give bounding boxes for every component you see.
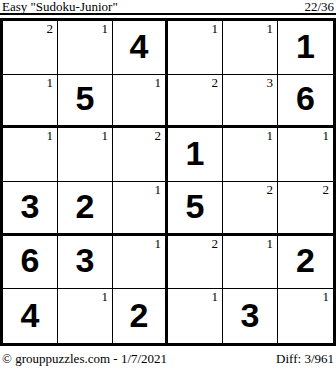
cell-r1c5[interactable]: 1: [223, 21, 278, 75]
copyright-text: © grouppuzzles.com - 1/7/2021: [2, 351, 167, 366]
cell-r5c6[interactable]: 2: [278, 236, 333, 290]
cell-r1c1[interactable]: 2: [3, 21, 58, 75]
pencil-mark: 3: [267, 76, 274, 89]
given-digit: 4: [21, 298, 40, 332]
pencil-mark: 1: [102, 129, 109, 142]
pencil-mark: 2: [267, 183, 274, 196]
given-digit: 5: [76, 81, 95, 115]
cell-r6c1[interactable]: 4: [3, 289, 58, 343]
given-digit: 3: [76, 243, 95, 277]
cell-r4c6[interactable]: 2: [278, 182, 333, 236]
pencil-mark: 2: [47, 22, 54, 35]
cell-r6c4[interactable]: 1: [168, 289, 223, 343]
puzzle-progress: 22/36: [304, 0, 334, 13]
given-digit: 2: [130, 298, 149, 332]
cell-r5c2[interactable]: 3: [58, 236, 113, 290]
cell-r3c2[interactable]: 1: [58, 128, 113, 182]
given-digit: 4: [130, 29, 149, 63]
pencil-mark: 1: [155, 183, 162, 196]
cell-r4c4[interactable]: 5: [168, 182, 223, 236]
cell-r2c3[interactable]: 1: [113, 75, 168, 129]
footer: © grouppuzzles.com - 1/7/2021 Diff: 3/96…: [0, 351, 336, 366]
puzzle-page: Easy "Sudoku-Junior" 22/36 2141111512361…: [0, 0, 336, 370]
cell-r2c4[interactable]: 2: [168, 75, 223, 129]
cell-r2c6[interactable]: 6: [278, 75, 333, 129]
pencil-mark: 1: [323, 290, 330, 303]
cell-r6c6[interactable]: 1: [278, 289, 333, 343]
cell-r4c3[interactable]: 1: [113, 182, 168, 236]
pencil-mark: 2: [155, 129, 162, 142]
pencil-mark: 2: [212, 237, 219, 250]
pencil-mark: 1: [102, 290, 109, 303]
cell-r4c2[interactable]: 2: [58, 182, 113, 236]
cell-r2c1[interactable]: 1: [3, 75, 58, 129]
pencil-mark: 1: [47, 129, 54, 142]
given-digit: 1: [296, 29, 315, 63]
puzzle-title: Easy "Sudoku-Junior": [2, 0, 118, 13]
given-digit: 6: [21, 243, 40, 277]
cell-r5c4[interactable]: 2: [168, 236, 223, 290]
cell-r1c6[interactable]: 1: [278, 21, 333, 75]
cell-r4c1[interactable]: 3: [3, 182, 58, 236]
board: 214111151236112111321522631212412131: [0, 18, 336, 346]
pencil-mark: 1: [267, 129, 274, 142]
cell-r2c2[interactable]: 5: [58, 75, 113, 129]
pencil-mark: 1: [267, 22, 274, 35]
given-digit: 5: [186, 189, 205, 223]
pencil-mark: 1: [212, 22, 219, 35]
pencil-mark: 2: [212, 76, 219, 89]
given-digit: 2: [76, 189, 95, 223]
cell-r3c3[interactable]: 2: [113, 128, 168, 182]
cell-r6c2[interactable]: 1: [58, 289, 113, 343]
pencil-mark: 1: [212, 290, 219, 303]
pencil-mark: 1: [155, 76, 162, 89]
cell-r3c1[interactable]: 1: [3, 128, 58, 182]
cell-r6c5[interactable]: 3: [223, 289, 278, 343]
given-digit: 3: [241, 298, 260, 332]
pencil-mark: 1: [155, 237, 162, 250]
given-digit: 3: [21, 189, 40, 223]
cell-r1c4[interactable]: 1: [168, 21, 223, 75]
cell-r5c5[interactable]: 1: [223, 236, 278, 290]
pencil-mark: 1: [102, 22, 109, 35]
cell-r6c3[interactable]: 2: [113, 289, 168, 343]
header: Easy "Sudoku-Junior" 22/36: [0, 0, 336, 15]
given-digit: 1: [186, 136, 205, 170]
pencil-mark: 1: [47, 76, 54, 89]
pencil-mark: 1: [267, 237, 274, 250]
given-digit: 2: [296, 243, 315, 277]
cell-r1c2[interactable]: 1: [58, 21, 113, 75]
cell-r5c3[interactable]: 1: [113, 236, 168, 290]
cell-r3c4[interactable]: 1: [168, 128, 223, 182]
given-digit: 6: [296, 81, 315, 115]
cell-r2c5[interactable]: 3: [223, 75, 278, 129]
cell-r5c1[interactable]: 6: [3, 236, 58, 290]
pencil-mark: 2: [323, 183, 330, 196]
cell-r3c5[interactable]: 1: [223, 128, 278, 182]
cell-r3c6[interactable]: 1: [278, 128, 333, 182]
cell-r4c5[interactable]: 2: [223, 182, 278, 236]
pencil-mark: 1: [323, 129, 330, 142]
cell-r1c3[interactable]: 4: [113, 21, 168, 75]
difficulty-text: Diff: 3/961: [276, 351, 334, 366]
